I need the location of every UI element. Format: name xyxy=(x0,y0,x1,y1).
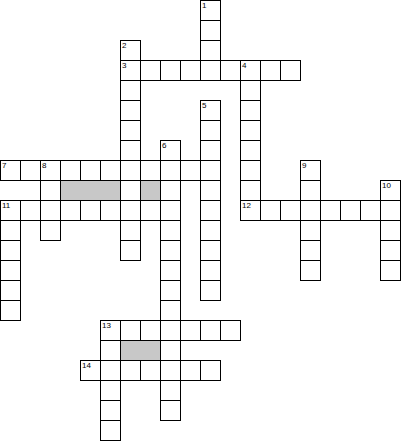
shaded-block xyxy=(140,180,161,201)
grid-cell[interactable] xyxy=(20,160,41,181)
grid-cell[interactable] xyxy=(100,160,121,181)
grid-cell[interactable] xyxy=(240,120,261,141)
grid-cell[interactable] xyxy=(40,220,61,241)
grid-cell[interactable] xyxy=(0,260,21,281)
grid-cell[interactable] xyxy=(220,320,241,341)
grid-cell[interactable] xyxy=(60,200,81,221)
grid-cell[interactable] xyxy=(140,360,161,381)
grid-cell[interactable] xyxy=(160,360,181,381)
grid-cell[interactable] xyxy=(120,80,141,101)
grid-cell[interactable] xyxy=(240,100,261,121)
grid-cell[interactable] xyxy=(240,180,261,201)
crossword-board: 1234567891011121314 xyxy=(0,0,401,441)
grid-cell[interactable]: 13 xyxy=(100,320,121,341)
grid-cell[interactable] xyxy=(180,60,201,81)
grid-cell[interactable]: 5 xyxy=(200,100,221,121)
grid-cell[interactable] xyxy=(0,220,21,241)
grid-cell[interactable] xyxy=(0,300,21,321)
clue-number: 11 xyxy=(2,201,10,210)
grid-cell[interactable] xyxy=(20,200,41,221)
grid-cell[interactable] xyxy=(160,60,181,81)
grid-cell[interactable] xyxy=(120,360,141,381)
grid-cell[interactable] xyxy=(240,80,261,101)
grid-cell[interactable] xyxy=(160,380,181,401)
grid-cell[interactable]: 12 xyxy=(240,200,261,221)
grid-cell[interactable]: 8 xyxy=(40,160,61,181)
grid-cell[interactable] xyxy=(120,320,141,341)
grid-cell[interactable] xyxy=(100,200,121,221)
grid-cell[interactable]: 2 xyxy=(120,40,141,61)
grid-cell[interactable] xyxy=(200,360,221,381)
grid-cell[interactable] xyxy=(80,160,101,181)
grid-cell[interactable]: 3 xyxy=(120,60,141,81)
clue-number: 5 xyxy=(202,101,206,110)
shaded-block xyxy=(120,340,161,361)
grid-cell[interactable] xyxy=(120,120,141,141)
grid-cell[interactable]: 14 xyxy=(80,360,101,381)
grid-cell[interactable]: 7 xyxy=(0,160,21,181)
grid-cell[interactable] xyxy=(200,240,221,261)
grid-cell[interactable] xyxy=(260,60,281,81)
grid-cell[interactable] xyxy=(200,160,221,181)
clue-number: 4 xyxy=(242,61,246,70)
shaded-block xyxy=(60,180,121,201)
grid-cell[interactable] xyxy=(120,180,141,201)
grid-cell[interactable] xyxy=(160,300,181,321)
grid-cell[interactable] xyxy=(340,200,361,221)
grid-cell[interactable] xyxy=(160,220,181,241)
grid-cell[interactable] xyxy=(280,200,301,221)
grid-cell[interactable] xyxy=(140,200,161,221)
grid-cell[interactable] xyxy=(100,380,121,401)
grid-cell[interactable]: 11 xyxy=(0,200,21,221)
grid-cell[interactable] xyxy=(0,240,21,261)
grid-cell[interactable] xyxy=(160,340,181,361)
grid-cell[interactable] xyxy=(0,280,21,301)
grid-cell[interactable] xyxy=(300,180,321,201)
grid-cell[interactable] xyxy=(200,180,221,201)
grid-cell[interactable] xyxy=(200,40,221,61)
grid-cell[interactable] xyxy=(60,160,81,181)
clue-number: 12 xyxy=(242,201,251,210)
clue-number: 7 xyxy=(2,161,6,170)
grid-cell[interactable] xyxy=(200,320,221,341)
grid-cell[interactable] xyxy=(100,400,121,421)
grid-cell[interactable]: 9 xyxy=(300,160,321,181)
grid-cell[interactable] xyxy=(160,320,181,341)
clue-number: 6 xyxy=(162,141,166,150)
grid-cell[interactable] xyxy=(80,200,101,221)
grid-cell[interactable] xyxy=(120,200,141,221)
grid-cell[interactable] xyxy=(160,180,181,201)
grid-cell[interactable] xyxy=(300,220,321,241)
grid-cell[interactable] xyxy=(100,340,121,361)
grid-cell[interactable] xyxy=(200,140,221,161)
grid-cell[interactable] xyxy=(200,20,221,41)
grid-cell[interactable] xyxy=(380,220,401,241)
grid-cell[interactable] xyxy=(280,60,301,81)
grid-cell[interactable] xyxy=(140,60,161,81)
grid-cell[interactable] xyxy=(300,240,321,261)
grid-cell[interactable] xyxy=(120,100,141,121)
grid-cell[interactable] xyxy=(320,200,341,221)
grid-cell[interactable] xyxy=(200,200,221,221)
clue-number: 1 xyxy=(202,1,206,10)
grid-cell[interactable] xyxy=(120,240,141,261)
grid-cell[interactable] xyxy=(380,260,401,281)
clue-number: 8 xyxy=(42,161,46,170)
grid-cell[interactable]: 1 xyxy=(200,0,221,21)
grid-cell[interactable] xyxy=(200,60,221,81)
grid-cell[interactable] xyxy=(380,240,401,261)
grid-cell[interactable] xyxy=(40,180,61,201)
grid-cell[interactable] xyxy=(160,200,181,221)
grid-cell[interactable]: 10 xyxy=(380,180,401,201)
clue-number: 10 xyxy=(382,181,391,190)
grid-cell[interactable] xyxy=(120,160,141,181)
grid-cell[interactable] xyxy=(240,160,261,181)
grid-cell[interactable] xyxy=(120,140,141,161)
grid-cell[interactable] xyxy=(200,260,221,281)
clue-number: 13 xyxy=(102,321,111,330)
grid-cell[interactable] xyxy=(300,200,321,221)
grid-cell[interactable] xyxy=(200,280,221,301)
grid-cell[interactable] xyxy=(40,200,61,221)
grid-cell[interactable]: 6 xyxy=(160,140,181,161)
clue-number: 2 xyxy=(122,41,126,50)
grid-cell[interactable] xyxy=(200,220,221,241)
grid-cell[interactable] xyxy=(160,160,181,181)
grid-cell[interactable] xyxy=(120,220,141,241)
grid-cell[interactable] xyxy=(100,360,121,381)
grid-cell[interactable] xyxy=(100,420,121,441)
clue-number: 3 xyxy=(122,61,126,70)
clue-number: 14 xyxy=(82,361,91,370)
grid-cell[interactable] xyxy=(160,260,181,281)
clue-number: 9 xyxy=(302,161,306,170)
grid-cell[interactable] xyxy=(260,200,281,221)
grid-cell[interactable]: 4 xyxy=(240,60,261,81)
grid-cell[interactable] xyxy=(140,160,161,181)
grid-cell[interactable] xyxy=(140,320,161,341)
grid-cell[interactable] xyxy=(160,400,181,421)
grid-cell[interactable] xyxy=(200,120,221,141)
grid-cell[interactable] xyxy=(380,200,401,221)
grid-cell[interactable] xyxy=(300,260,321,281)
grid-cell[interactable] xyxy=(240,140,261,161)
grid-cell[interactable] xyxy=(220,60,241,81)
grid-cell[interactable] xyxy=(180,160,201,181)
grid-cell[interactable] xyxy=(180,360,201,381)
grid-cell[interactable] xyxy=(360,200,381,221)
grid-cell[interactable] xyxy=(160,240,181,261)
grid-cell[interactable] xyxy=(180,320,201,341)
grid-cell[interactable] xyxy=(160,280,181,301)
